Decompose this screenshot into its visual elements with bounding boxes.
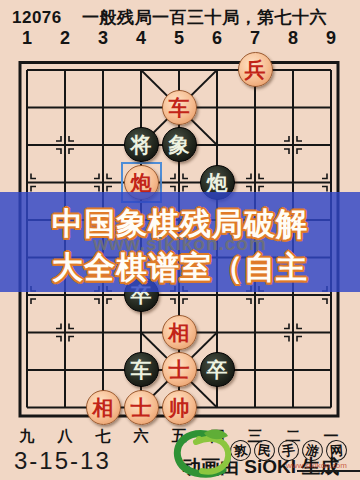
bottom-file-label-3: 七 <box>84 427 122 446</box>
piece-red-elephant[interactable]: 相 <box>162 315 197 350</box>
move-code: 3-15-13 <box>14 447 111 475</box>
piece-red-advisor[interactable]: 士 <box>124 390 159 425</box>
puzzle-id: 12076 <box>12 8 62 27</box>
top-file-label-3: 3 <box>84 28 122 49</box>
top-file-label-4: 4 <box>122 28 160 49</box>
bottom-file-label-1: 九 <box>8 427 46 446</box>
top-file-label-8: 8 <box>274 28 312 49</box>
top-file-labels: 123456789 <box>8 28 350 49</box>
piece-red-chariot[interactable]: 车 <box>162 90 197 125</box>
piece-black-soldier[interactable]: 卒 <box>200 352 235 387</box>
piece-black-chariot[interactable]: 车 <box>124 352 159 387</box>
bottom-file-label-2: 八 <box>46 427 84 446</box>
top-file-label-2: 2 <box>46 28 84 49</box>
underline-rule <box>297 470 360 472</box>
top-file-label-6: 6 <box>198 28 236 49</box>
top-file-label-5: 5 <box>160 28 198 49</box>
small-watermark: www.sikikon.com <box>286 461 347 470</box>
piece-black-general[interactable]: 将 <box>124 127 159 162</box>
piece-black-elephant[interactable]: 象 <box>162 127 197 162</box>
ad-overlay-banner: 中国象棋残局破解 www.sikikon.com 大全棋谱室（自主 <box>0 192 360 292</box>
xiangqi-puzzle-screen: 12076 一般残局一百三十局，第七十六 123456789 兵车将象炮炮卒相车… <box>0 0 360 480</box>
piece-red-general[interactable]: 帅 <box>162 390 197 425</box>
overlay-watermark: www.sikikon.com <box>0 233 360 255</box>
top-file-label-9: 9 <box>312 28 350 49</box>
piece-red-advisor[interactable]: 士 <box>162 352 197 387</box>
piece-red-elephant[interactable]: 相 <box>86 390 121 425</box>
bottom-file-label-4: 六 <box>122 427 160 446</box>
top-file-label-1: 1 <box>8 28 46 49</box>
puzzle-title: 一般残局一百三十局，第七十六 <box>82 8 327 27</box>
site-logo-icon <box>166 427 240 480</box>
puzzle-header: 12076 一般残局一百三十局，第七十六 <box>12 6 327 29</box>
top-file-label-7: 7 <box>236 28 274 49</box>
piece-red-soldier[interactable]: 兵 <box>238 52 273 87</box>
